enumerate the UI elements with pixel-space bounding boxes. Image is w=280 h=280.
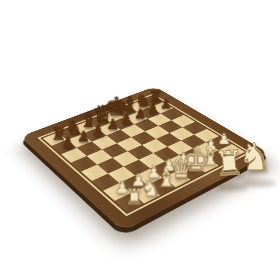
piece-white-rook[interactable]: ♜ <box>125 186 144 207</box>
piece-black-pawn[interactable]: ♟ <box>92 124 105 139</box>
piece-black-pawn[interactable]: ♟ <box>77 130 90 145</box>
board-walnut-frame: ♜♞♝♛♚♝♞♜♟♟♟♟♟♟♟♟♟♟♟♟♟♟♟♟♜♞♝♛♚♝ <box>20 86 270 231</box>
chess-board: ♜♞♝♛♚♝♞♜♟♟♟♟♟♟♟♟♟♟♟♟♟♟♟♟♜♞♝♛♚♝ <box>20 86 270 231</box>
piece-black-pawn[interactable]: ♟ <box>120 113 133 127</box>
piece-black-pawn[interactable]: ♟ <box>147 102 159 116</box>
chess-set-photo: ♜♞♝♛♚♝♞♜♟♟♟♟♟♟♟♟♟♟♟♟♟♟♟♟♜♞♝♛♚♝ ♜ ♞ <box>0 0 280 280</box>
board-squares: ♜♞♝♛♚♝♞♜♟♟♟♟♟♟♟♟♟♟♟♟♟♟♟♟♜♞♝♛♚♝ <box>43 96 245 212</box>
piece-black-pawn[interactable]: ♟ <box>61 136 75 151</box>
board-maple-inlay: ♜♞♝♛♚♝♞♜♟♟♟♟♟♟♟♟♟♟♟♟♟♟♟♟♜♞♝♛♚♝ <box>37 94 250 217</box>
off-rook-shadow <box>216 184 248 191</box>
off-knight-shadow <box>242 180 276 187</box>
piece-black-pawn[interactable]: ♟ <box>134 107 147 121</box>
square-h5[interactable] <box>171 115 195 127</box>
piece-black-pawn[interactable]: ♟ <box>106 118 119 132</box>
piece-black-pawn[interactable]: ♟ <box>160 97 172 111</box>
